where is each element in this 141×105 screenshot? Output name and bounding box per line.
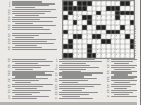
clue-text-smudge	[12, 41, 47, 42]
clue-text-smudge	[12, 92, 40, 93]
clue-number: 65	[2, 86, 10, 88]
clue-text-smudge	[111, 61, 133, 62]
clue-text-smudge	[12, 39, 56, 40]
clue-text-smudge	[59, 59, 95, 60]
clue-text-smudge	[111, 96, 137, 97]
clue-text-smudge	[59, 65, 90, 66]
clue-text-smudge	[12, 65, 50, 66]
clue-text-smudge	[12, 59, 46, 60]
clue-text-smudge	[59, 67, 99, 68]
clue-text-smudge	[15, 37, 34, 38]
clue-line: 73	[2, 97, 54, 99]
clue-text-smudge	[59, 69, 86, 70]
clue-column: 24681012141618202224262830	[49, 59, 103, 100]
clue-text-smudge	[12, 98, 37, 99]
clue-text-smudge	[12, 27, 43, 28]
clue-number: 18	[49, 80, 57, 82]
clue-text-smudge	[12, 47, 42, 48]
clue-text-smudge	[12, 96, 49, 97]
clue-number: 34	[101, 60, 109, 62]
clue-text-smudge	[59, 98, 93, 99]
clue-column: 3234363840424446485052545658	[101, 59, 140, 98]
clue-number: 24	[49, 88, 57, 90]
clue-line: 43	[2, 48, 57, 50]
clue-number: 17	[2, 13, 10, 15]
clue-line: 58	[101, 95, 140, 97]
clue-text-smudge	[114, 69, 131, 70]
clue-number: 56	[101, 91, 109, 93]
puzzle-page: 15913151719212325272931333537394143 4547…	[0, 0, 140, 105]
clue-text-smudge	[111, 59, 137, 60]
clue-number: 58	[101, 95, 109, 97]
clue-text-smudge	[12, 90, 51, 91]
clue-line: 30	[49, 97, 103, 99]
clue-text-smudge	[12, 29, 50, 30]
clue-text-smudge	[62, 63, 86, 64]
clue-text-smudge	[15, 69, 33, 70]
clue-number: 9	[2, 5, 10, 7]
clue-text-smudge	[12, 17, 57, 18]
clue-number: 29	[2, 28, 10, 30]
clue-text-smudge	[12, 49, 57, 50]
clue-text-smudge	[15, 45, 37, 46]
clue-number: 48	[101, 80, 109, 82]
clue-text-smudge	[111, 67, 135, 68]
clue-number: 14	[49, 74, 57, 76]
page-margin	[137, 0, 141, 105]
clue-text-smudge	[59, 88, 85, 89]
clue-text-smudge	[15, 15, 39, 16]
clue-text-smudge	[12, 67, 41, 68]
clue-number: 42	[101, 72, 109, 74]
clue-number: 4	[49, 60, 57, 62]
clue-text-smudge	[15, 88, 37, 89]
clue-number: 69	[2, 91, 10, 93]
clue-number: 38	[101, 66, 109, 68]
clue-number: 28	[49, 93, 57, 95]
clue-number: 10	[49, 68, 57, 70]
clue-number: 33	[2, 35, 10, 37]
clue-number: 39	[2, 42, 10, 44]
clue-number: 30	[49, 97, 57, 99]
clue-text-smudge	[59, 94, 89, 95]
clue-text-smudge	[12, 35, 39, 36]
clue-text-smudge	[15, 63, 38, 64]
clue-text-smudge	[12, 25, 56, 26]
clue-text-smudge	[12, 21, 53, 22]
clue-text-smudge	[114, 88, 127, 89]
clue-text-smudge	[59, 61, 102, 62]
clue-text-smudge	[62, 96, 80, 97]
clue-number: 47	[2, 60, 10, 62]
clue-number: 52	[101, 86, 109, 88]
clue-text-smudge	[12, 61, 53, 62]
clue-text-smudge	[15, 94, 32, 95]
clue-number: 73	[2, 97, 10, 99]
vertical-caption	[135, 26, 136, 58]
clue-text-smudge	[111, 90, 139, 91]
clue-number: 61	[2, 80, 10, 82]
crossword-grid	[62, 0, 135, 59]
clue-text-smudge	[12, 43, 54, 44]
scan-edge-band	[0, 102, 140, 105]
clue-number: 43	[2, 48, 10, 50]
clue-text-smudge	[111, 92, 133, 93]
clue-column: 454749515355575961636567697173	[2, 59, 54, 100]
clue-number: 51	[2, 66, 10, 68]
clue-text-smudge	[15, 23, 33, 24]
clue-text-smudge	[114, 94, 129, 95]
clue-number: 23	[2, 20, 10, 22]
clue-text-smudge	[111, 65, 140, 66]
clue-text-smudge	[114, 63, 129, 64]
clue-number: 57	[2, 74, 10, 76]
clue-text-smudge	[62, 90, 82, 91]
clue-text-smudge	[59, 92, 98, 93]
clue-text-smudge	[12, 19, 40, 20]
